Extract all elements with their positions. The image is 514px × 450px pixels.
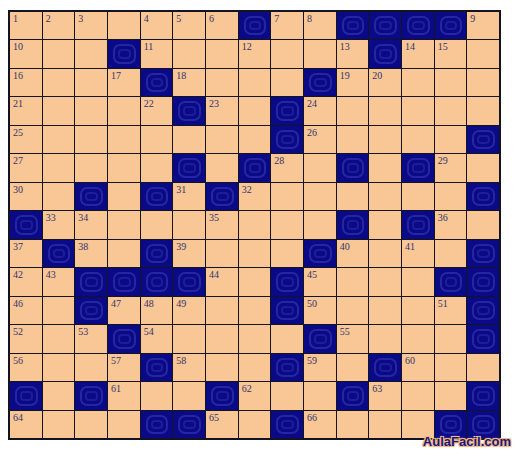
cell-r4c12[interactable] [369,97,401,124]
blocked-cell-r13c12 [369,354,401,381]
cell-r7c14[interactable] [435,183,467,210]
clue-number-45: 45 [307,269,317,281]
blocked-cell-r2c12 [369,40,401,67]
cell-r7c2[interactable] [43,183,75,210]
cell-r5c1[interactable]: 25 [10,126,42,153]
clue-number-29: 29 [438,155,448,167]
cell-r2c2[interactable] [43,40,75,67]
clue-number-26: 26 [307,127,317,139]
clue-number-13: 13 [340,41,350,53]
cell-r3c14[interactable] [435,69,467,96]
clue-number-62: 62 [242,383,252,395]
cell-r7c10[interactable] [304,183,336,210]
cell-r12c7[interactable] [206,325,238,352]
clue-number-41: 41 [405,241,415,253]
cell-r8c8[interactable] [239,211,271,238]
cell-r10c12[interactable] [369,268,401,295]
cell-r14c8[interactable]: 62 [239,382,271,409]
blocked-cell-r1c12 [369,12,401,39]
clue-number-61: 61 [111,383,121,395]
clue-number-49: 49 [176,298,186,310]
cell-r13c10[interactable]: 59 [304,354,336,381]
clue-number-34: 34 [78,212,88,224]
cell-r6c9[interactable]: 28 [271,154,303,181]
blocked-cell-r4c6 [173,97,205,124]
cell-r4c15[interactable] [467,97,499,124]
blocked-cell-r1c11 [337,12,369,39]
cell-r14c9[interactable] [271,382,303,409]
blocked-cell-r14c7 [206,382,238,409]
cell-r11c1[interactable]: 46 [10,297,42,324]
blocked-cell-r11c3 [75,297,107,324]
clue-number-52: 52 [13,326,23,338]
cell-r4c4[interactable] [108,97,140,124]
blocked-cell-r5c9 [271,126,303,153]
cell-r11c6[interactable]: 49 [173,297,205,324]
blocked-cell-r4c9 [271,97,303,124]
cell-r4c7[interactable]: 23 [206,97,238,124]
cell-r11c13[interactable] [402,297,434,324]
clue-number-39: 39 [176,241,186,253]
cell-r12c1[interactable]: 52 [10,325,42,352]
cell-r6c4[interactable] [108,154,140,181]
cell-r2c7[interactable] [206,40,238,67]
cell-r1c7[interactable]: 6 [206,12,238,39]
cell-r9c7[interactable] [206,240,238,267]
clue-number-59: 59 [307,355,317,367]
cell-r5c12[interactable] [369,126,401,153]
cell-r9c12[interactable] [369,240,401,267]
cell-r13c11[interactable] [337,354,369,381]
blocked-cell-r6c8 [239,154,271,181]
blocked-cell-r12c4 [108,325,140,352]
cell-r6c10[interactable] [304,154,336,181]
blocked-cell-r10c9 [271,268,303,295]
blocked-cell-r8c11 [337,211,369,238]
cell-r3c6[interactable]: 18 [173,69,205,96]
clue-number-23: 23 [209,98,219,110]
blocked-cell-r10c5 [141,268,173,295]
cell-r13c6[interactable]: 58 [173,354,205,381]
clue-number-51: 51 [438,298,448,310]
cell-r6c5[interactable] [141,154,173,181]
cell-r11c2[interactable] [43,297,75,324]
cell-r4c8[interactable] [239,97,271,124]
cell-r4c10[interactable]: 24 [304,97,336,124]
cell-r7c4[interactable] [108,183,140,210]
cell-r3c4[interactable]: 17 [108,69,140,96]
cell-r3c7[interactable] [206,69,238,96]
blocked-cell-r9c10 [304,240,336,267]
clue-number-46: 46 [13,298,23,310]
cell-r4c1[interactable]: 21 [10,97,42,124]
cell-r14c5[interactable] [141,382,173,409]
cell-r14c14[interactable] [435,382,467,409]
blocked-cell-r1c8 [239,12,271,39]
cell-r12c5[interactable]: 54 [141,325,173,352]
crossword-board: 1234567891011121314151617181920212223242… [8,10,501,440]
cell-r8c6[interactable] [173,211,205,238]
cell-r13c3[interactable] [75,354,107,381]
blocked-cell-r9c2 [43,240,75,267]
clue-number-57: 57 [111,355,121,367]
cell-r3c13[interactable] [402,69,434,96]
blocked-cell-r7c7 [206,183,238,210]
clue-number-32: 32 [242,184,252,196]
cell-r3c8[interactable] [239,69,271,96]
clue-number-65: 65 [209,412,219,424]
cell-r6c3[interactable] [75,154,107,181]
cell-r8c3[interactable]: 34 [75,211,107,238]
blocked-cell-r7c3 [75,183,107,210]
clue-number-42: 42 [13,269,23,281]
crossword-page: 1234567891011121314151617181920212223242… [0,0,514,450]
cell-r8c10[interactable] [304,211,336,238]
clue-number-11: 11 [144,41,154,53]
clue-number-5: 5 [176,13,181,25]
clue-number-24: 24 [307,98,317,110]
cell-r13c13[interactable]: 60 [402,354,434,381]
cell-r8c12[interactable] [369,211,401,238]
cell-r9c4[interactable] [108,240,140,267]
cell-r1c15[interactable]: 9 [467,12,499,39]
clue-number-53: 53 [78,326,88,338]
clue-number-25: 25 [13,127,23,139]
clue-number-15: 15 [438,41,448,53]
blocked-cell-r10c14 [435,268,467,295]
cell-r9c14[interactable] [435,240,467,267]
cell-r12c13[interactable] [402,325,434,352]
blocked-cell-r13c9 [271,354,303,381]
cell-r6c7[interactable] [206,154,238,181]
cell-r12c6[interactable] [173,325,205,352]
cell-r7c13[interactable] [402,183,434,210]
cell-r5c5[interactable] [141,126,173,153]
cell-r5c8[interactable] [239,126,271,153]
cell-r4c3[interactable] [75,97,107,124]
cell-r10c10[interactable]: 45 [304,268,336,295]
cell-r3c3[interactable] [75,69,107,96]
clue-number-63: 63 [372,383,382,395]
cell-r7c8[interactable]: 32 [239,183,271,210]
cell-r2c11[interactable]: 13 [337,40,369,67]
cell-r10c11[interactable] [337,268,369,295]
blocked-cell-r14c15 [467,382,499,409]
clue-number-64: 64 [13,412,23,424]
cell-r3c9[interactable] [271,69,303,96]
cell-r14c10[interactable] [304,382,336,409]
clue-number-17: 17 [111,70,121,82]
cell-r11c4[interactable]: 47 [108,297,140,324]
clue-number-7: 7 [274,13,279,25]
cell-r9c13[interactable]: 41 [402,240,434,267]
cell-r5c13[interactable] [402,126,434,153]
clue-number-21: 21 [13,98,23,110]
clue-number-47: 47 [111,298,121,310]
cell-r10c7[interactable]: 44 [206,268,238,295]
cell-r2c8[interactable]: 12 [239,40,271,67]
cell-r2c5[interactable]: 11 [141,40,173,67]
cell-r7c6[interactable]: 31 [173,183,205,210]
cell-r8c15[interactable] [467,211,499,238]
clue-number-28: 28 [274,155,284,167]
cell-r2c9[interactable] [271,40,303,67]
clue-number-56: 56 [13,355,23,367]
cell-r2c1[interactable]: 10 [10,40,42,67]
blocked-cell-r10c15 [467,268,499,295]
cell-r13c4[interactable]: 57 [108,354,140,381]
cell-r3c2[interactable] [43,69,75,96]
cell-r7c9[interactable] [271,183,303,210]
blocked-cell-r6c6 [173,154,205,181]
cell-r1c4[interactable] [108,12,140,39]
clue-number-27: 27 [13,155,23,167]
cell-r9c6[interactable]: 39 [173,240,205,267]
clue-number-14: 14 [405,41,415,53]
blocked-cell-r10c4 [108,268,140,295]
cell-r7c11[interactable] [337,183,369,210]
cell-r9c11[interactable]: 40 [337,240,369,267]
clue-number-40: 40 [340,241,350,253]
blocked-cell-r7c5 [141,183,173,210]
cell-r9c9[interactable] [271,240,303,267]
cell-r6c1[interactable]: 27 [10,154,42,181]
clue-number-55: 55 [340,326,350,338]
cell-r11c7[interactable] [206,297,238,324]
cell-r2c14[interactable]: 15 [435,40,467,67]
clue-number-37: 37 [13,241,23,253]
cell-r10c2[interactable]: 43 [43,268,75,295]
cell-r4c5[interactable]: 22 [141,97,173,124]
blocked-cell-r3c5 [141,69,173,96]
cell-r13c14[interactable] [435,354,467,381]
cell-r9c8[interactable] [239,240,271,267]
blocked-cell-r14c3 [75,382,107,409]
blocked-cell-r14c1 [10,382,42,409]
cell-r12c2[interactable] [43,325,75,352]
cell-r14c6[interactable] [173,382,205,409]
cell-r2c3[interactable] [75,40,107,67]
clue-number-16: 16 [13,70,23,82]
blocked-cell-r11c15 [467,297,499,324]
cell-r1c1[interactable]: 1 [10,12,42,39]
cell-r9c3[interactable]: 38 [75,240,107,267]
blocked-cell-r3c10 [304,69,336,96]
blocked-cell-r8c13 [402,211,434,238]
cell-r5c4[interactable] [108,126,140,153]
clue-number-50: 50 [307,298,317,310]
cell-r14c13[interactable] [402,382,434,409]
cell-r3c11[interactable]: 19 [337,69,369,96]
cell-r10c13[interactable] [402,268,434,295]
clue-number-38: 38 [78,241,88,253]
cell-r12c12[interactable] [369,325,401,352]
cell-r5c2[interactable] [43,126,75,153]
cell-r11c10[interactable]: 50 [304,297,336,324]
cell-r3c12[interactable]: 20 [369,69,401,96]
cell-r12c14[interactable] [435,325,467,352]
clue-number-43: 43 [46,269,56,281]
cell-r1c5[interactable]: 4 [141,12,173,39]
clue-number-30: 30 [13,184,23,196]
cell-r3c15[interactable] [467,69,499,96]
clue-number-54: 54 [144,326,154,338]
cell-r12c9[interactable] [271,325,303,352]
clue-number-66: 66 [307,412,317,424]
cell-r8c5[interactable] [141,211,173,238]
blocked-cell-r5c15 [467,126,499,153]
cell-r12c11[interactable]: 55 [337,325,369,352]
clue-number-36: 36 [438,212,448,224]
cell-r11c8[interactable] [239,297,271,324]
cell-r8c14[interactable]: 36 [435,211,467,238]
cell-r8c4[interactable] [108,211,140,238]
cell-r8c2[interactable]: 33 [43,211,75,238]
blocked-cell-r8c1 [10,211,42,238]
cell-r4c11[interactable] [337,97,369,124]
cell-r1c6[interactable]: 5 [173,12,205,39]
clue-number-31: 31 [176,184,186,196]
clue-number-9: 9 [470,13,475,25]
clue-number-10: 10 [13,41,23,53]
cell-r5c14[interactable] [435,126,467,153]
cell-r12c8[interactable] [239,325,271,352]
clue-number-19: 19 [340,70,350,82]
cell-r8c9[interactable] [271,211,303,238]
blocked-cell-r6c13 [402,154,434,181]
clue-number-2: 2 [46,13,51,25]
blocked-cell-r9c15 [467,240,499,267]
blocked-cell-r10c3 [75,268,107,295]
cell-r3c1[interactable]: 16 [10,69,42,96]
clue-number-35: 35 [209,212,219,224]
cell-r14c2[interactable] [43,382,75,409]
cell-r7c12[interactable] [369,183,401,210]
cell-r10c8[interactable] [239,268,271,295]
clue-number-18: 18 [176,70,186,82]
cell-r10c1[interactable]: 42 [10,268,42,295]
blocked-cell-r6c11 [337,154,369,181]
cell-r2c6[interactable] [173,40,205,67]
clue-number-6: 6 [209,13,214,25]
cell-r13c8[interactable] [239,354,271,381]
blocked-cell-r1c13 [402,12,434,39]
cell-r5c11[interactable] [337,126,369,153]
clue-number-8: 8 [307,13,312,25]
clue-number-4: 4 [144,13,149,25]
cell-r2c13[interactable]: 14 [402,40,434,67]
cell-r13c1[interactable]: 56 [10,354,42,381]
cell-r11c11[interactable] [337,297,369,324]
cell-r5c3[interactable] [75,126,107,153]
cell-r1c2[interactable]: 2 [43,12,75,39]
cell-r5c6[interactable] [173,126,205,153]
cell-r11c14[interactable]: 51 [435,297,467,324]
clue-number-33: 33 [46,212,56,224]
cell-r9c1[interactable]: 37 [10,240,42,267]
cell-r6c14[interactable]: 29 [435,154,467,181]
clue-number-22: 22 [144,98,154,110]
cell-r14c4[interactable]: 61 [108,382,140,409]
blocked-cell-r7c15 [467,183,499,210]
blocked-cell-r9c5 [141,240,173,267]
cell-r1c3[interactable]: 3 [75,12,107,39]
blocked-cell-r12c10 [304,325,336,352]
clue-number-12: 12 [242,41,252,53]
cell-r8c7[interactable]: 35 [206,211,238,238]
blocked-cell-r10c6 [173,268,205,295]
cell-r6c2[interactable] [43,154,75,181]
blocked-cell-r13c5 [141,354,173,381]
cell-r12c3[interactable]: 53 [75,325,107,352]
blocked-cell-r14c11 [337,382,369,409]
cell-r1c10[interactable]: 8 [304,12,336,39]
cell-r13c15[interactable] [467,354,499,381]
cell-r4c2[interactable] [43,97,75,124]
cell-r5c7[interactable] [206,126,238,153]
clue-number-1: 1 [13,13,18,25]
blocked-cell-r11c9 [271,297,303,324]
cell-r6c12[interactable] [369,154,401,181]
cell-r11c5[interactable]: 48 [141,297,173,324]
blocked-cell-r12c15 [467,325,499,352]
watermark: AulaFacil.com [0,434,511,449]
clue-number-44: 44 [209,269,219,281]
cell-r2c15[interactable] [467,40,499,67]
clue-number-3: 3 [78,13,83,25]
cell-r4c14[interactable] [435,97,467,124]
cell-r6c15[interactable] [467,154,499,181]
cell-r14c12[interactable]: 63 [369,382,401,409]
clue-number-60: 60 [405,355,415,367]
cell-r11c12[interactable] [369,297,401,324]
clue-number-58: 58 [176,355,186,367]
cell-r5c10[interactable]: 26 [304,126,336,153]
cell-r1c9[interactable]: 7 [271,12,303,39]
clue-number-20: 20 [372,70,382,82]
clue-number-48: 48 [144,298,154,310]
blocked-cell-r2c4 [108,40,140,67]
cell-r4c13[interactable] [402,97,434,124]
cell-r13c2[interactable] [43,354,75,381]
cell-r2c10[interactable] [304,40,336,67]
cell-r7c1[interactable]: 30 [10,183,42,210]
cell-r13c7[interactable] [206,354,238,381]
blocked-cell-r1c14 [435,12,467,39]
